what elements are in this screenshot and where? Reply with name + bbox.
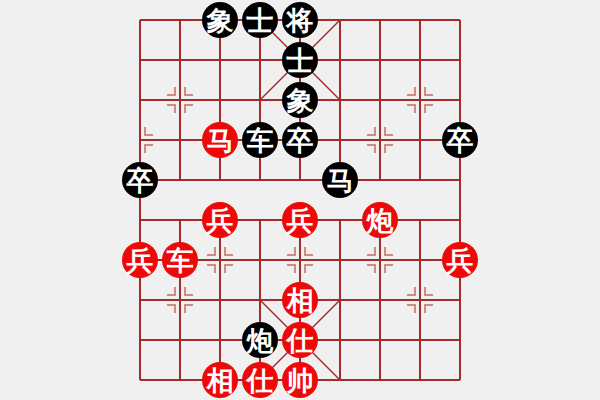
piece-black-soldier[interactable]: 卒 — [122, 162, 158, 198]
piece-red-advisor[interactable]: 仕 — [282, 322, 318, 358]
piece-red-cannon[interactable]: 炮 — [362, 202, 398, 238]
xiangqi-diagram: 象士将士象马车卒卒卒马兵兵炮兵车兵相炮仕相仕帅 — [0, 0, 600, 400]
piece-red-soldier[interactable]: 兵 — [442, 242, 478, 278]
piece-red-advisor[interactable]: 仕 — [242, 362, 278, 398]
piece-black-advisor[interactable]: 士 — [242, 2, 278, 38]
piece-black-advisor[interactable]: 士 — [282, 42, 318, 78]
piece-black-soldier[interactable]: 卒 — [282, 122, 318, 158]
piece-black-general[interactable]: 将 — [282, 2, 318, 38]
piece-black-elephant[interactable]: 象 — [282, 82, 318, 118]
piece-red-horse[interactable]: 马 — [202, 122, 238, 158]
piece-red-soldier[interactable]: 兵 — [282, 202, 318, 238]
piece-red-soldier[interactable]: 兵 — [122, 242, 158, 278]
piece-black-horse[interactable]: 马 — [322, 162, 358, 198]
piece-black-cannon[interactable]: 炮 — [242, 322, 278, 358]
pieces-layer: 象士将士象马车卒卒卒马兵兵炮兵车兵相炮仕相仕帅 — [0, 0, 600, 400]
piece-red-soldier[interactable]: 兵 — [202, 202, 238, 238]
piece-red-general[interactable]: 帅 — [282, 362, 318, 398]
piece-red-elephant[interactable]: 相 — [202, 362, 238, 398]
piece-red-chariot[interactable]: 车 — [162, 242, 198, 278]
piece-black-chariot[interactable]: 车 — [242, 122, 278, 158]
piece-black-elephant[interactable]: 象 — [202, 2, 238, 38]
piece-red-elephant[interactable]: 相 — [282, 282, 318, 318]
piece-black-soldier[interactable]: 卒 — [442, 122, 478, 158]
